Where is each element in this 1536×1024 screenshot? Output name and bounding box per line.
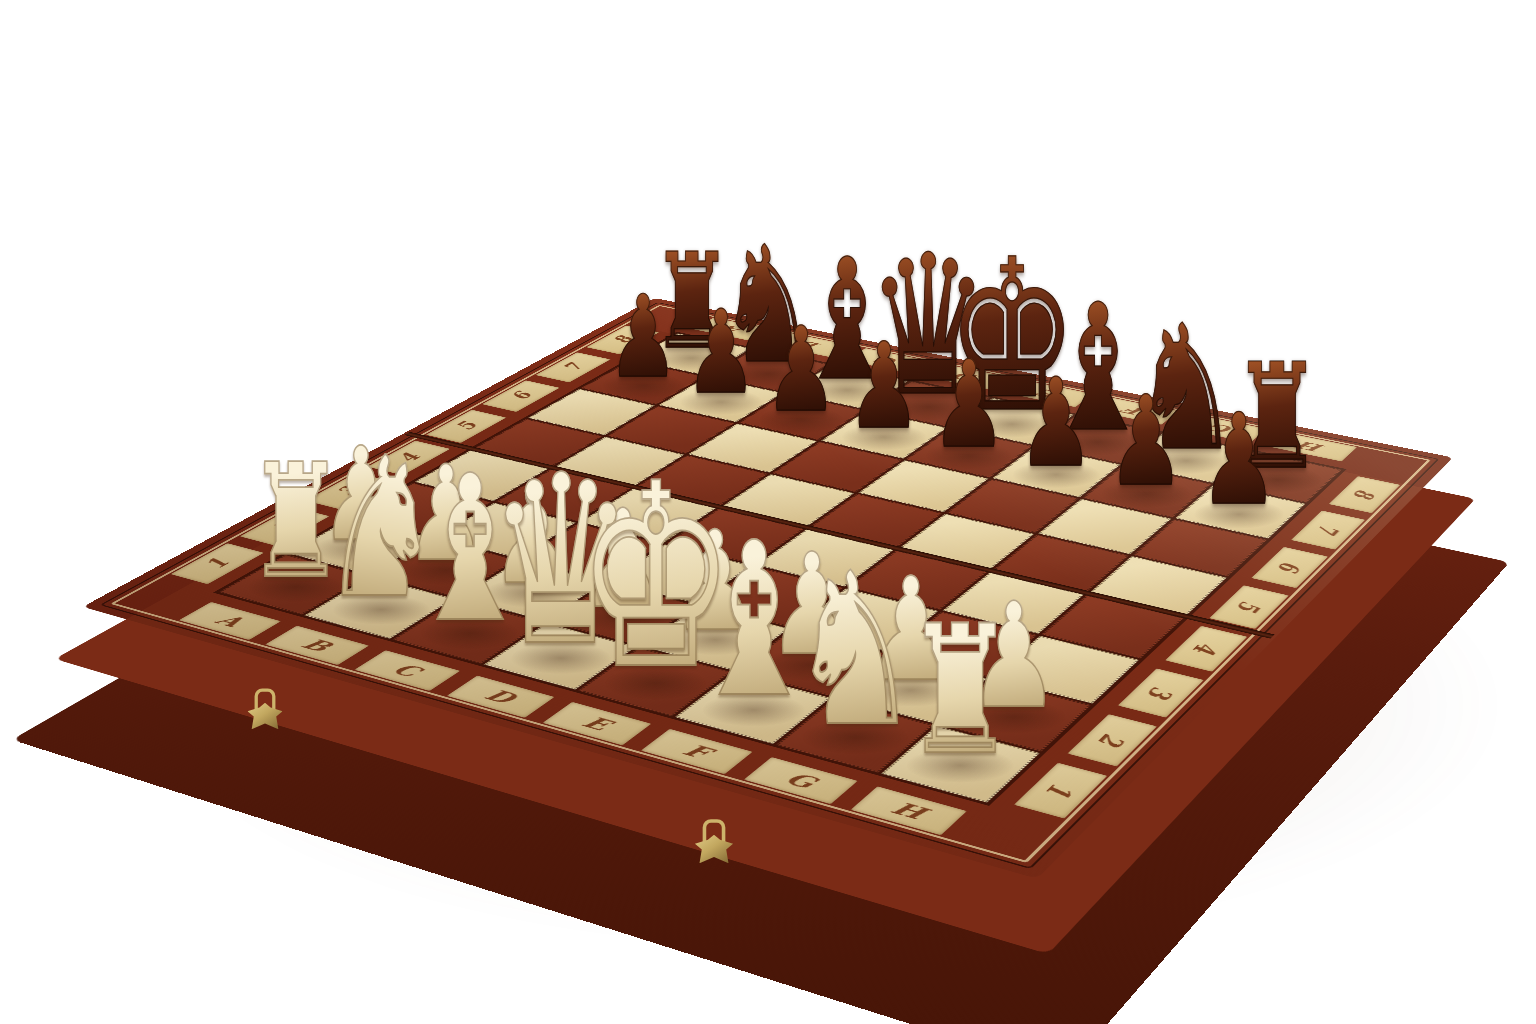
brass-clasp-1[interactable] <box>248 703 283 729</box>
piece-dark-pawn-h7[interactable]: ♟ <box>1200 410 1279 510</box>
piece-dark-pawn-b7[interactable]: ♟ <box>685 307 757 399</box>
piece-white-knight-g1[interactable]: ♞ <box>789 566 921 734</box>
clasp-star-plate <box>695 835 733 864</box>
clasp-star-plate <box>248 703 283 729</box>
piece-dark-pawn-g7[interactable]: ♟ <box>1108 392 1186 491</box>
studio-scene: ABCDEFGH ABCDEFGH 87654321 87654321 ♜♞♝♛… <box>0 0 1536 1024</box>
piece-dark-pawn-a7[interactable]: ♟ <box>608 292 679 383</box>
piece-white-rook-h1[interactable]: ♜ <box>905 620 1017 762</box>
piece-dark-pawn-e7[interactable]: ♟ <box>931 357 1006 453</box>
pieces-layer: ♜♞♝♛♚♝♞♜♟♟♟♟♟♟♟♟♟♟♟♟♟♟♟♟♜♞♝♛♚♝♞♜ <box>0 0 1536 1024</box>
piece-dark-pawn-c7[interactable]: ♟ <box>765 323 838 416</box>
brass-clasp-2[interactable] <box>695 835 733 864</box>
piece-dark-pawn-d7[interactable]: ♟ <box>847 340 921 435</box>
piece-dark-pawn-f7[interactable]: ♟ <box>1018 374 1094 471</box>
